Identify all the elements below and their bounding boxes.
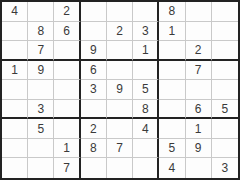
given-digit: 7 [37,44,44,56]
cell-r1c1[interactable]: 4 [2,2,28,22]
given-digit: 7 [63,162,70,174]
cell-r8c7[interactable]: 5 [159,139,185,159]
given-digit: 2 [63,5,70,17]
cell-r3c9[interactable] [212,41,238,61]
cell-r4c7[interactable] [159,61,185,81]
cell-r5c9[interactable] [212,80,238,100]
cell-r6c7[interactable] [159,100,185,120]
given-digit: 1 [142,44,149,56]
cell-r9c3[interactable]: 7 [54,158,80,178]
cell-r1c6[interactable] [133,2,159,22]
cell-r7c9[interactable] [212,119,238,139]
given-digit: 2 [116,25,123,37]
given-digit: 1 [169,25,176,37]
cell-r4c3[interactable] [54,61,80,81]
given-digit: 9 [90,44,97,56]
cell-r5c3[interactable] [54,80,80,100]
given-digit: 8 [169,5,176,17]
cell-r9c8[interactable] [186,158,212,178]
cell-r7c8[interactable]: 1 [186,119,212,139]
cell-r6c1[interactable] [2,100,28,120]
given-digit: 2 [90,123,97,135]
cell-r4c1[interactable]: 1 [2,61,28,81]
given-digit: 9 [195,142,202,154]
cell-r4c5[interactable] [107,61,133,81]
cell-r5c2[interactable] [28,80,54,100]
cell-r9c2[interactable] [28,158,54,178]
cell-r7c5[interactable] [107,119,133,139]
cell-r2c5[interactable]: 2 [107,22,133,42]
cell-r5c4[interactable]: 3 [81,80,107,100]
cell-r8c2[interactable] [28,139,54,159]
given-digit: 5 [222,103,229,115]
cell-r3c2[interactable]: 7 [28,41,54,61]
given-digit: 1 [63,142,70,154]
given-digit: 4 [169,162,176,174]
cell-r1c7[interactable]: 8 [159,2,185,22]
given-digit: 6 [63,25,70,37]
cell-r1c5[interactable] [107,2,133,22]
given-digit: 5 [142,83,149,95]
cell-r8c9[interactable] [212,139,238,159]
cell-r9c1[interactable] [2,158,28,178]
given-digit: 6 [90,64,97,76]
cell-r2c2[interactable]: 8 [28,22,54,42]
given-digit: 4 [11,5,18,17]
cell-r2c7[interactable]: 1 [159,22,185,42]
given-digit: 4 [142,123,149,135]
cell-r6c9[interactable]: 5 [212,100,238,120]
cell-r1c3[interactable]: 2 [54,2,80,22]
cell-r7c3[interactable] [54,119,80,139]
cell-r8c6[interactable] [133,139,159,159]
cell-r7c6[interactable]: 4 [133,119,159,139]
cell-r8c4[interactable]: 8 [81,139,107,159]
cell-r3c4[interactable]: 9 [81,41,107,61]
cell-r5c6[interactable]: 5 [133,80,159,100]
cell-r6c8[interactable]: 6 [186,100,212,120]
cell-r4c4[interactable]: 6 [81,61,107,81]
sudoku-board: 42886231791219673953865524118759743 [0,0,240,180]
cell-r9c5[interactable] [107,158,133,178]
cell-r3c3[interactable] [54,41,80,61]
cell-r4c8[interactable]: 7 [186,61,212,81]
given-digit: 3 [142,25,149,37]
cell-r9c4[interactable] [81,158,107,178]
cell-r4c2[interactable]: 9 [28,61,54,81]
given-digit: 3 [222,162,229,174]
cell-r2c4[interactable] [81,22,107,42]
cell-r9c7[interactable]: 4 [159,158,185,178]
cell-r1c9[interactable] [212,2,238,22]
cell-r6c2[interactable]: 3 [28,100,54,120]
cell-r5c1[interactable] [2,80,28,100]
given-digit: 1 [195,123,202,135]
given-digit: 2 [195,44,202,56]
cell-r1c2[interactable] [28,2,54,22]
cell-r2c8[interactable] [186,22,212,42]
cell-r2c1[interactable] [2,22,28,42]
given-digit: 9 [37,64,44,76]
given-digit: 7 [116,142,123,154]
cell-r3c8[interactable]: 2 [186,41,212,61]
cell-r1c8[interactable] [186,2,212,22]
cell-r7c1[interactable] [2,119,28,139]
given-digit: 8 [90,142,97,154]
given-digit: 9 [116,83,123,95]
given-digit: 5 [169,142,176,154]
cell-r8c5[interactable]: 7 [107,139,133,159]
cell-r3c6[interactable]: 1 [133,41,159,61]
cell-r6c4[interactable] [81,100,107,120]
cell-r5c8[interactable] [186,80,212,100]
cell-r1c4[interactable] [81,2,107,22]
cell-r8c1[interactable] [2,139,28,159]
given-digit: 6 [195,103,202,115]
given-digit: 7 [195,64,202,76]
cell-r6c3[interactable] [54,100,80,120]
cell-r8c3[interactable]: 1 [54,139,80,159]
cell-r8c8[interactable]: 9 [186,139,212,159]
cell-r7c7[interactable] [159,119,185,139]
given-digit: 8 [142,103,149,115]
cell-r9c6[interactable] [133,158,159,178]
given-digit: 3 [37,103,44,115]
cell-r2c9[interactable] [212,22,238,42]
cell-r5c7[interactable] [159,80,185,100]
given-digit: 1 [11,64,18,76]
given-digit: 3 [90,83,97,95]
cell-r7c2[interactable]: 5 [28,119,54,139]
cell-r4c9[interactable] [212,61,238,81]
cell-r3c5[interactable] [107,41,133,61]
cell-r5c5[interactable]: 9 [107,80,133,100]
given-digit: 8 [37,25,44,37]
cell-r2c6[interactable]: 3 [133,22,159,42]
cell-r6c5[interactable] [107,100,133,120]
cell-r3c1[interactable] [2,41,28,61]
cell-r7c4[interactable]: 2 [81,119,107,139]
cell-r2c3[interactable]: 6 [54,22,80,42]
cell-r9c9[interactable]: 3 [212,158,238,178]
cell-r6c6[interactable]: 8 [133,100,159,120]
cell-r3c7[interactable] [159,41,185,61]
cell-r4c6[interactable] [133,61,159,81]
given-digit: 5 [37,123,44,135]
